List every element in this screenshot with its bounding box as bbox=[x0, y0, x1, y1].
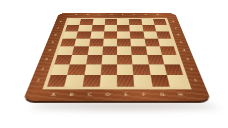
file-labels-bottom: ABCDEFGH bbox=[42, 90, 191, 101]
square-h1[interactable] bbox=[167, 75, 187, 87]
square-d5[interactable] bbox=[103, 39, 117, 47]
square-f4[interactable] bbox=[131, 46, 147, 55]
square-h2[interactable] bbox=[164, 64, 183, 75]
square-b1[interactable] bbox=[65, 75, 84, 87]
square-f6[interactable] bbox=[130, 31, 144, 38]
file-label-h: H bbox=[151, 13, 164, 17]
file-label-e: E bbox=[117, 90, 136, 101]
square-c5[interactable] bbox=[89, 39, 104, 47]
square-f5[interactable] bbox=[131, 39, 146, 47]
file-label-b: B bbox=[82, 13, 95, 17]
square-b2[interactable] bbox=[67, 64, 85, 75]
square-e2[interactable] bbox=[117, 64, 134, 75]
square-h3[interactable] bbox=[162, 55, 180, 64]
square-c4[interactable] bbox=[87, 46, 103, 55]
file-label-c: C bbox=[80, 90, 100, 101]
file-labels-top: ABCDEFGH bbox=[70, 13, 165, 17]
square-c1[interactable] bbox=[82, 75, 100, 87]
square-c2[interactable] bbox=[84, 64, 101, 75]
square-f2[interactable] bbox=[133, 64, 150, 75]
square-h4[interactable] bbox=[160, 46, 177, 55]
board-grid bbox=[47, 19, 187, 87]
square-b5[interactable] bbox=[74, 39, 89, 47]
file-label-d: D bbox=[105, 13, 117, 17]
file-label-d: D bbox=[98, 90, 117, 101]
file-label-h: H bbox=[170, 90, 191, 101]
square-h5[interactable] bbox=[158, 39, 174, 47]
square-b4[interactable] bbox=[72, 46, 88, 55]
file-label-c: C bbox=[93, 13, 105, 17]
square-h6[interactable] bbox=[156, 31, 171, 38]
square-f3[interactable] bbox=[132, 55, 148, 64]
square-e5[interactable] bbox=[117, 39, 131, 47]
chess-board: ABCDEFGH ABCDEFGH 87654321 87654321 bbox=[22, 13, 212, 103]
square-e4[interactable] bbox=[117, 46, 132, 55]
file-label-b: B bbox=[61, 90, 81, 101]
square-c6[interactable] bbox=[90, 31, 104, 38]
square-d2[interactable] bbox=[100, 64, 117, 75]
square-e1[interactable] bbox=[117, 75, 134, 87]
board-playfield bbox=[42, 18, 191, 90]
square-e3[interactable] bbox=[117, 55, 133, 64]
square-d4[interactable] bbox=[102, 46, 117, 55]
square-d3[interactable] bbox=[101, 55, 117, 64]
file-label-e: E bbox=[117, 13, 129, 17]
square-f1[interactable] bbox=[134, 75, 152, 87]
file-label-f: F bbox=[128, 13, 140, 17]
square-d6[interactable] bbox=[103, 31, 117, 38]
square-b6[interactable] bbox=[76, 31, 91, 38]
square-d1[interactable] bbox=[100, 75, 117, 87]
file-label-f: F bbox=[135, 90, 155, 101]
square-e6[interactable] bbox=[117, 31, 131, 38]
square-b3[interactable] bbox=[70, 55, 87, 64]
photo-background: ABCDEFGH ABCDEFGH 87654321 87654321 bbox=[0, 0, 228, 128]
square-c3[interactable] bbox=[86, 55, 102, 64]
